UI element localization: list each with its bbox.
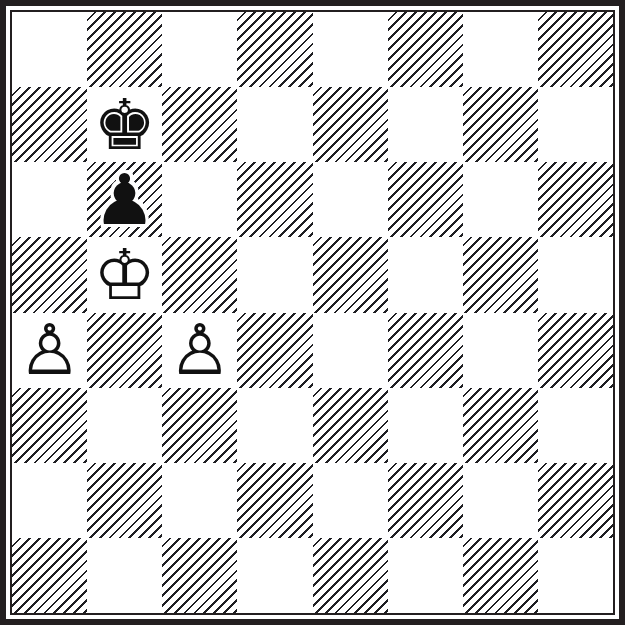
chessboard: ♚♟♔♙♙ [12,12,613,613]
square-b2[interactable] [87,463,162,538]
square-g6[interactable] [463,162,538,237]
square-e2[interactable] [313,463,388,538]
square-a8[interactable] [12,12,87,87]
white-pawn: ♙ [18,315,81,385]
square-d7[interactable] [237,87,312,162]
square-e1[interactable] [313,538,388,613]
square-g1[interactable] [463,538,538,613]
chessboard-frame: ♚♟♔♙♙ [0,0,625,625]
square-f6[interactable] [388,162,463,237]
square-h6[interactable] [538,162,613,237]
white-pawn: ♙ [168,315,231,385]
square-e8[interactable] [313,12,388,87]
square-h3[interactable] [538,388,613,463]
square-g7[interactable] [463,87,538,162]
white-king: ♔ [93,240,156,310]
chessboard-inner-border: ♚♟♔♙♙ [10,10,615,615]
black-pawn: ♟ [93,165,156,235]
square-b7[interactable]: ♚ [87,87,162,162]
square-e3[interactable] [313,388,388,463]
square-d6[interactable] [237,162,312,237]
square-d1[interactable] [237,538,312,613]
black-king: ♚ [93,90,156,160]
square-g8[interactable] [463,12,538,87]
square-h4[interactable] [538,313,613,388]
square-h2[interactable] [538,463,613,538]
square-d3[interactable] [237,388,312,463]
square-c8[interactable] [162,12,237,87]
square-d4[interactable] [237,313,312,388]
square-b1[interactable] [87,538,162,613]
square-g3[interactable] [463,388,538,463]
square-a3[interactable] [12,388,87,463]
square-f4[interactable] [388,313,463,388]
square-c1[interactable] [162,538,237,613]
square-a2[interactable] [12,463,87,538]
square-d5[interactable] [237,237,312,312]
square-c5[interactable] [162,237,237,312]
square-c3[interactable] [162,388,237,463]
square-c4[interactable]: ♙ [162,313,237,388]
square-b5[interactable]: ♔ [87,237,162,312]
square-f8[interactable] [388,12,463,87]
square-b3[interactable] [87,388,162,463]
square-a5[interactable] [12,237,87,312]
square-e7[interactable] [313,87,388,162]
square-a7[interactable] [12,87,87,162]
square-a6[interactable] [12,162,87,237]
square-e5[interactable] [313,237,388,312]
square-c2[interactable] [162,463,237,538]
square-e6[interactable] [313,162,388,237]
square-f5[interactable] [388,237,463,312]
square-b8[interactable] [87,12,162,87]
square-f3[interactable] [388,388,463,463]
square-f1[interactable] [388,538,463,613]
square-a1[interactable] [12,538,87,613]
square-b6[interactable]: ♟ [87,162,162,237]
square-h8[interactable] [538,12,613,87]
square-h5[interactable] [538,237,613,312]
square-c6[interactable] [162,162,237,237]
square-g5[interactable] [463,237,538,312]
square-g2[interactable] [463,463,538,538]
square-b4[interactable] [87,313,162,388]
square-a4[interactable]: ♙ [12,313,87,388]
square-e4[interactable] [313,313,388,388]
square-f7[interactable] [388,87,463,162]
square-c7[interactable] [162,87,237,162]
square-f2[interactable] [388,463,463,538]
square-d2[interactable] [237,463,312,538]
square-h7[interactable] [538,87,613,162]
square-h1[interactable] [538,538,613,613]
square-d8[interactable] [237,12,312,87]
square-g4[interactable] [463,313,538,388]
